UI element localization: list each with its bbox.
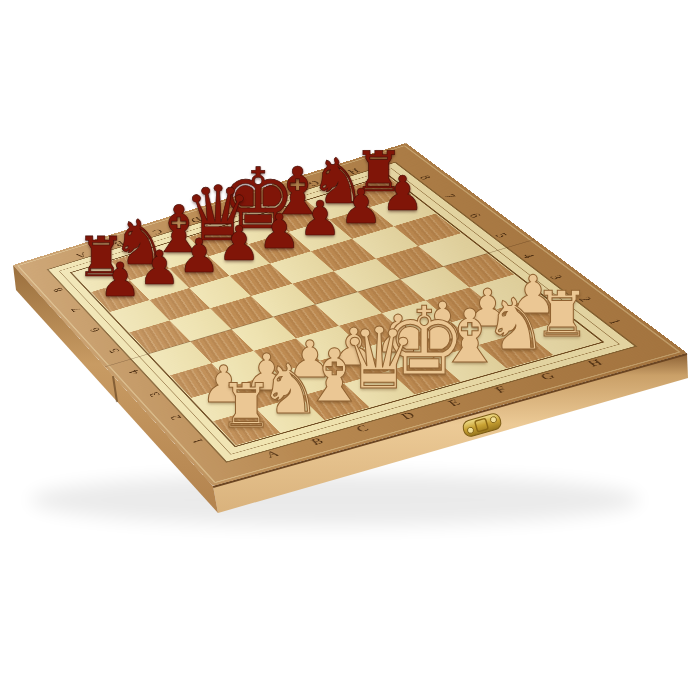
rank-label-right-6: 6 xyxy=(465,212,485,220)
rank-label-left-3: 3 xyxy=(146,390,164,398)
file-label-near-b: B xyxy=(308,436,326,448)
rank-label-left-6: 6 xyxy=(86,326,103,333)
rank-label-right-7: 7 xyxy=(440,192,459,200)
file-label-near-f: F xyxy=(492,384,510,395)
rank-label-left-5: 5 xyxy=(106,347,124,355)
file-label-near-c: C xyxy=(353,423,372,435)
file-label-near-g: G xyxy=(537,371,558,383)
rank-label-left-7: 7 xyxy=(68,306,85,313)
file-label-near-e: E xyxy=(445,397,464,408)
rank-label-right-5: 5 xyxy=(491,231,511,239)
file-label-near-a: A xyxy=(263,448,282,460)
rank-label-right-4: 4 xyxy=(517,252,537,260)
rank-label-right-2: 2 xyxy=(574,295,595,303)
rank-label-left-4: 4 xyxy=(125,368,143,376)
rank-label-left-2: 2 xyxy=(167,413,186,421)
rank-label-right-1: 1 xyxy=(603,317,625,325)
file-label-near-d: D xyxy=(398,410,418,422)
product-photo: AA88BB77CC66DD55EE44FF33GG22HH11 ♜♞♟♝♟♚♟… xyxy=(0,0,700,700)
rank-label-left-8: 8 xyxy=(50,286,67,293)
rank-label-left-1: 1 xyxy=(188,437,207,445)
board-ground-shadow xyxy=(30,474,640,526)
file-label-near-h: H xyxy=(584,357,606,369)
rank-label-right-3: 3 xyxy=(545,273,566,281)
rank-label-right-8: 8 xyxy=(415,174,434,181)
